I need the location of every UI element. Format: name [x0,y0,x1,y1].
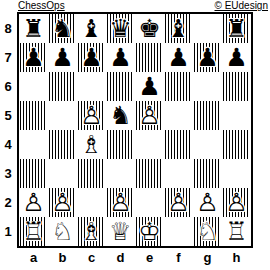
square-a6[interactable] [19,72,48,101]
square-b4[interactable] [48,130,77,159]
square-a1[interactable]: ♜♖ [19,217,48,246]
square-c8[interactable]: ♝♝ [77,14,106,43]
square-g3[interactable] [193,159,222,188]
square-f7[interactable]: ♟♟ [164,43,193,72]
square-b7[interactable]: ♟♟ [48,43,77,72]
square-f1[interactable] [164,217,193,246]
square-h6[interactable] [222,72,251,101]
square-h3[interactable] [222,159,251,188]
black-pawn: ♟♟ [22,44,44,71]
white-pawn: ♟♙ [109,189,131,216]
file-label-a: a [19,250,48,268]
square-h7[interactable]: ♟♟ [222,43,251,72]
white-queen: ♛♕ [109,218,131,245]
white-rook: ♜♖ [225,218,247,245]
white-rook: ♜♖ [22,218,44,245]
file-label-c: c [77,250,106,268]
square-g4[interactable] [193,130,222,159]
square-h5[interactable] [222,101,251,130]
square-h8[interactable]: ♜♜ [222,14,251,43]
square-c1[interactable]: ♝♗ [77,217,106,246]
square-f4[interactable] [164,130,193,159]
square-a3[interactable] [19,159,48,188]
square-c2[interactable] [77,188,106,217]
black-pawn: ♟♟ [51,44,73,71]
white-pawn: ♟♙ [22,189,44,216]
square-b3[interactable] [48,159,77,188]
black-pawn: ♟♟ [80,44,102,71]
file-label-g: g [193,250,222,268]
square-e8[interactable]: ♚♚ [135,14,164,43]
square-f2[interactable]: ♟♙ [164,188,193,217]
black-bishop: ♝♝ [80,15,102,42]
square-c5[interactable]: ♟♙ [77,101,106,130]
chess-board[interactable]: ♜♜♞♞♝♝♛♛♚♚♝♝♜♜♟♟♟♟♟♟♟♟♟♟♟♟♟♟♟♟♟♙♞♞♟♙♝♗♟♙… [17,12,253,248]
file-label-e: e [135,250,164,268]
rank-label-8: 8 [0,14,16,43]
square-g2[interactable]: ♟♙ [193,188,222,217]
rank-label-4: 4 [0,130,16,159]
square-c6[interactable] [77,72,106,101]
black-pawn: ♟♟ [138,73,160,100]
white-bishop: ♝♗ [80,131,102,158]
square-e3[interactable] [135,159,164,188]
black-knight: ♞♞ [51,15,73,42]
square-d4[interactable] [106,130,135,159]
black-bishop: ♝♝ [167,15,189,42]
black-pawn: ♟♟ [225,44,247,71]
white-pawn: ♟♙ [51,189,73,216]
square-d6[interactable] [106,72,135,101]
square-b8[interactable]: ♞♞ [48,14,77,43]
square-b1[interactable]: ♞♘ [48,217,77,246]
white-pawn: ♟♙ [138,102,160,129]
rank-label-6: 6 [0,72,16,101]
black-pawn: ♟♟ [167,44,189,71]
square-b5[interactable] [48,101,77,130]
rank-label-5: 5 [0,101,16,130]
square-a4[interactable] [19,130,48,159]
square-g5[interactable] [193,101,222,130]
white-bishop: ♝♗ [80,218,102,245]
square-d2[interactable]: ♟♙ [106,188,135,217]
square-f5[interactable] [164,101,193,130]
app-title-link[interactable]: ChessOps [18,0,65,12]
square-f8[interactable]: ♝♝ [164,14,193,43]
square-g7[interactable]: ♟♟ [193,43,222,72]
rank-labels: 87654321 [0,14,16,246]
white-knight: ♞♘ [51,218,73,245]
square-h2[interactable]: ♟♙ [222,188,251,217]
square-d5[interactable]: ♞♞ [106,101,135,130]
square-a2[interactable]: ♟♙ [19,188,48,217]
file-labels: abcdefgh [19,250,251,268]
chessops-diagram: ChessOps © EUdesign 87654321 ♜♜♞♞♝♝♛♛♚♚♝… [0,0,270,270]
rank-label-3: 3 [0,159,16,188]
black-rook: ♜♜ [225,15,247,42]
square-f3[interactable] [164,159,193,188]
square-b6[interactable] [48,72,77,101]
square-e7[interactable] [135,43,164,72]
white-pawn: ♟♙ [225,189,247,216]
square-e6[interactable]: ♟♟ [135,72,164,101]
square-g8[interactable] [193,14,222,43]
square-e1[interactable]: ♚♔ [135,217,164,246]
square-e5[interactable]: ♟♙ [135,101,164,130]
black-pawn: ♟♟ [109,44,131,71]
square-a5[interactable] [19,101,48,130]
file-label-f: f [164,250,193,268]
square-c7[interactable]: ♟♟ [77,43,106,72]
black-knight: ♞♞ [109,102,131,129]
file-label-h: h [222,250,251,268]
white-king: ♚♔ [138,218,160,245]
square-e2[interactable] [135,188,164,217]
square-e4[interactable] [135,130,164,159]
rank-label-7: 7 [0,43,16,72]
black-king: ♚♚ [138,15,160,42]
square-a8[interactable]: ♜♜ [19,14,48,43]
rank-label-2: 2 [0,188,16,217]
square-d8[interactable]: ♛♛ [106,14,135,43]
square-d7[interactable]: ♟♟ [106,43,135,72]
square-g6[interactable] [193,72,222,101]
white-pawn: ♟♙ [196,189,218,216]
copyright-link[interactable]: © EUdesign [214,0,268,12]
square-h1[interactable]: ♜♖ [222,217,251,246]
square-h4[interactable] [222,130,251,159]
black-rook: ♜♜ [22,15,44,42]
square-a7[interactable]: ♟♟ [19,43,48,72]
white-pawn: ♟♙ [167,189,189,216]
black-pawn: ♟♟ [196,44,218,71]
square-c3[interactable] [77,159,106,188]
white-pawn: ♟♙ [80,102,102,129]
rank-label-1: 1 [0,217,16,246]
square-f6[interactable] [164,72,193,101]
square-c4[interactable]: ♝♗ [77,130,106,159]
white-knight: ♞♘ [196,218,218,245]
file-label-d: d [106,250,135,268]
black-queen: ♛♛ [109,15,131,42]
square-b2[interactable]: ♟♙ [48,188,77,217]
square-d1[interactable]: ♛♕ [106,217,135,246]
square-g1[interactable]: ♞♘ [193,217,222,246]
file-label-b: b [48,250,77,268]
square-d3[interactable] [106,159,135,188]
